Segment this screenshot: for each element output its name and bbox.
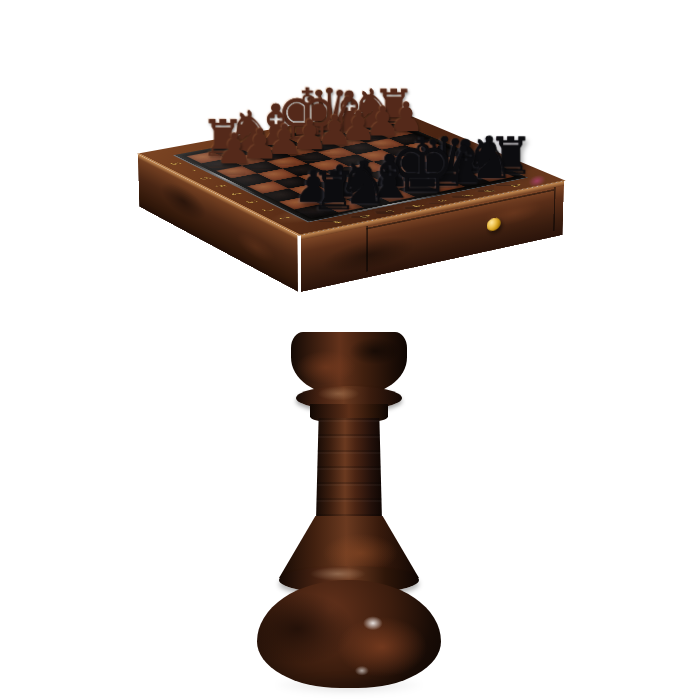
rank-label-2: 2 <box>258 207 275 212</box>
piece-brown-pawn[interactable]: ♟ <box>215 130 245 169</box>
rank-label-4: 4 <box>227 191 243 195</box>
drawer-seam-left <box>367 226 369 272</box>
rank-label-7: 7 <box>181 169 197 173</box>
drawer-knob[interactable] <box>487 216 501 232</box>
photo-stage: ♜♞♝♚♛♝♞♜♟♟♟♟♟♟♟♟♟♟♟♟♟♟♟♟♜♞♝♚♛♝♞♜ abcdefg… <box>0 0 700 700</box>
table-perspective: ♜♞♝♚♛♝♞♜♟♟♟♟♟♟♟♟♟♟♟♟♟♟♟♟♜♞♝♚♛♝♞♜ abcdefg… <box>0 0 700 700</box>
file-label-a: a <box>329 219 346 224</box>
drawer-seam-right <box>553 187 556 232</box>
rank-label-8: 8 <box>166 161 182 165</box>
rank-label-1: 1 <box>275 216 292 221</box>
piece-black-rook[interactable]: ♜ <box>310 167 341 216</box>
table-top: ♜♞♝♚♛♝♞♜♟♟♟♟♟♟♟♟♟♟♟♟♟♟♟♟♜♞♝♚♛♝♞♜ abcdefg… <box>137 108 566 236</box>
file-label-b: b <box>356 214 373 219</box>
rank-label-5: 5 <box>211 184 227 188</box>
rank-label-3: 3 <box>242 199 259 204</box>
rank-label-6: 6 <box>196 176 212 180</box>
